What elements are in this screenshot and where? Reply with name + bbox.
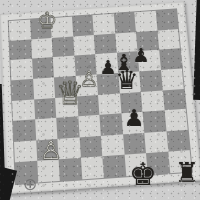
board-maker-emblem-icon: ⊕ [23,176,37,193]
piece-p-e6[interactable]: ♟ [99,58,116,77]
piece-p-g7[interactable]: ♟ [132,46,149,65]
piece-P-b2[interactable]: ♙ [40,138,62,163]
pieces-layer: ⊕ ♔♟♝♟♙♛♕♟♙♚♜ [0,0,200,200]
piece-K-c8[interactable]: ♔ [37,10,57,32]
piece-p-f3[interactable]: ♟ [124,107,145,130]
piece-k-g1[interactable]: ♚ [129,159,157,190]
piece-r-h1[interactable]: ♜ [175,159,199,186]
chessboard-photo: ⊕ ♔♟♝♟♙♛♕♟♙♚♜ [0,0,200,200]
piece-q-f5[interactable]: ♛ [115,67,138,93]
piece-Q-c4[interactable]: ♕ [56,77,85,109]
